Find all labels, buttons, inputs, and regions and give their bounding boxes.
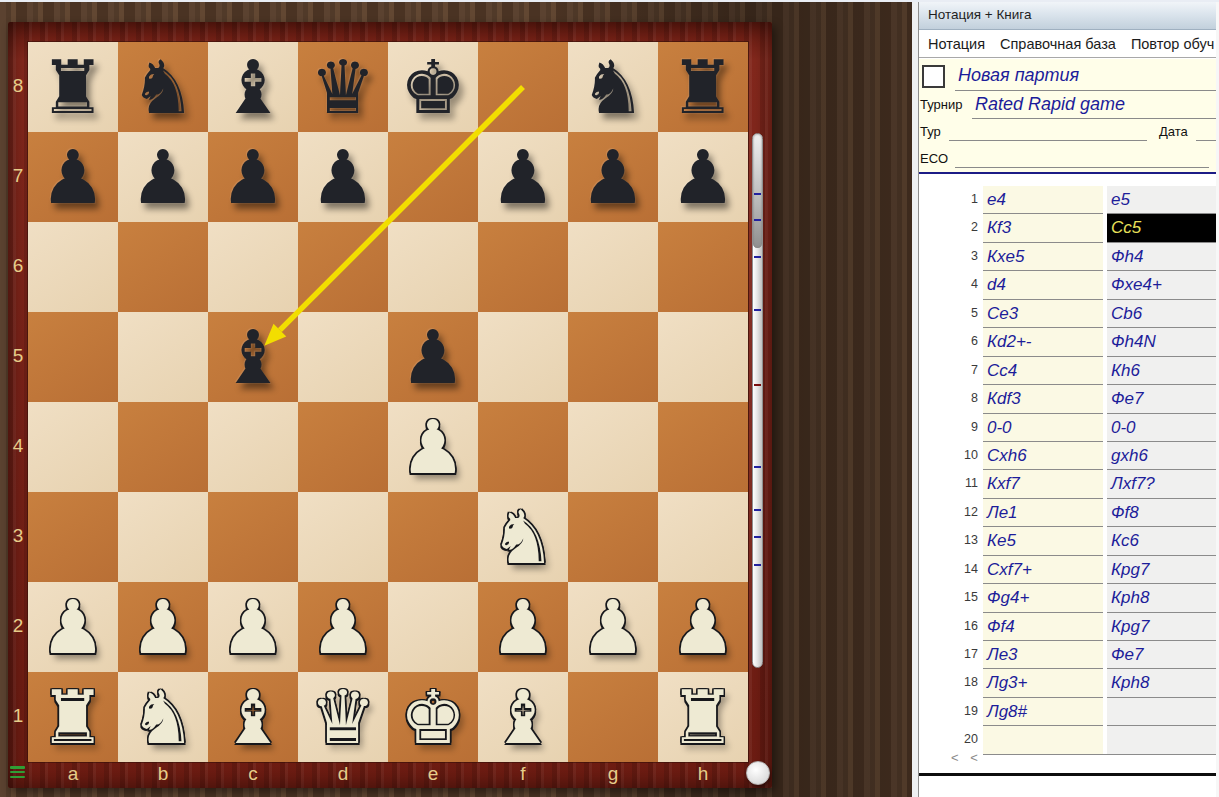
move-number: 13 [919,527,983,555]
game-progress-slider[interactable] [752,133,763,668]
slider-tick [754,564,761,566]
piece-white-p-h2[interactable]: ♟ [670,582,736,672]
slider-thumb-icon[interactable] [753,134,762,248]
file-label-g: g [568,763,658,785]
square-c2[interactable]: ♟ [208,582,298,672]
rank-label-7: 7 [8,165,28,187]
file-label-d: d [298,763,388,785]
move-cell-black-2[interactable]: Сc5 [1107,214,1219,242]
square-f8[interactable] [478,42,568,132]
move-cell-white-15[interactable]: Фg4+ [983,584,1103,612]
square-f4[interactable] [478,402,568,492]
background-wood: ♜♞♝♛♚♞♜♟♟♟♟♟♟♟♝♟♟♞♟♟♟♟♟♟♟♜♞♝♛♚♝♜ 8765432… [0,0,912,797]
move-cell-black-1[interactable]: e5 [1107,186,1219,214]
piece-white-n-b1[interactable]: ♞ [130,672,196,762]
chess-board[interactable]: ♜♞♝♛♚♞♜♟♟♟♟♟♟♟♝♟♟♞♟♟♟♟♟♟♟♜♞♝♛♚♝♜ [28,42,748,762]
move-cell-black-12[interactable]: Фf8 [1107,499,1219,527]
piece-white-p-f2[interactable]: ♟ [490,582,556,672]
move-cell-black-11[interactable]: Лxf7? [1107,470,1219,498]
rank-label-2: 2 [8,615,28,637]
move-cell-white-12[interactable]: Ле1 [983,499,1103,527]
notation-panel: Нотация + Книга Нотация Справочная база … [919,0,1219,797]
square-d1[interactable]: ♛ [298,672,388,762]
square-a4[interactable] [28,402,118,492]
square-f5[interactable] [478,312,568,402]
move-cell-white-18[interactable]: Лg3+ [983,669,1103,697]
panel-bottom-separator [919,773,1219,776]
piece-black-p-f7[interactable]: ♟ [490,132,556,222]
square-a8[interactable]: ♜ [28,42,118,132]
square-a3[interactable] [28,492,118,582]
move-cell-black-6[interactable]: Фh4N [1107,328,1219,356]
move-cell-white-3[interactable]: Кxe5 [983,243,1103,271]
move-number: 11 [919,470,983,498]
file-label-a: a [28,763,118,785]
square-h1[interactable]: ♜ [658,672,748,762]
square-e4[interactable]: ♟ [388,402,478,492]
tournament-field[interactable]: Rated Rapid game [972,90,1219,119]
slider-tick [754,466,761,468]
move-cell-black-17[interactable]: Фе7 [1107,641,1219,669]
square-d3[interactable] [298,492,388,582]
tournament-label: Турнир [920,97,962,112]
move-row-15: 15Фg4+Крh8 [919,584,1219,612]
move-row-9: 90-00-0 [919,414,1219,442]
tab-replay-training[interactable]: Повтор обуч [1131,36,1214,52]
square-d7[interactable]: ♟ [298,132,388,222]
tab-notation[interactable]: Нотация [928,36,985,52]
move-cell-white-20[interactable] [983,726,1103,754]
rank-label-5: 5 [8,345,28,367]
move-cell-white-16[interactable]: Фf4 [983,613,1103,641]
form-separator [919,172,1219,174]
square-g4[interactable] [568,402,658,492]
square-c1[interactable]: ♝ [208,672,298,762]
move-number: 15 [919,584,983,612]
piece-white-n-f3[interactable]: ♞ [490,492,556,582]
square-c3[interactable] [208,492,298,582]
move-number: 17 [919,641,983,669]
square-e7[interactable] [388,132,478,222]
move-number: 19 [919,698,983,726]
application-window: ♜♞♝♛♚♞♜♟♟♟♟♟♟♟♝♟♟♞♟♟♟♟♟♟♟♜♞♝♛♚♝♜ 8765432… [0,0,1219,797]
square-b4[interactable] [118,402,208,492]
move-number: 10 [919,442,983,470]
square-d6[interactable] [298,222,388,312]
piece-black-p-a7[interactable]: ♟ [40,132,106,222]
file-label-f: f [478,763,568,785]
square-h8[interactable]: ♜ [658,42,748,132]
file-labels: abcdefgh [28,762,748,788]
slider-tick [754,509,761,511]
slider-tick [754,219,761,221]
piece-white-r-h1[interactable]: ♜ [670,672,736,762]
square-c6[interactable] [208,222,298,312]
square-b8[interactable]: ♞ [118,42,208,132]
piece-black-k-e8[interactable]: ♚ [400,42,466,132]
move-cell-black-18[interactable]: Крh8 [1107,669,1219,697]
piece-black-p-c7[interactable]: ♟ [220,132,286,222]
window-top-edge [0,0,1219,2]
move-list: 1e4e52Кf3Сc53Кxe5Фh44d4Фxe4+5Се3Сb66Кd2+… [919,186,1219,755]
square-c8[interactable]: ♝ [208,42,298,132]
move-row-10: 10Сxh6gxh6 [919,442,1219,470]
move-cell-white-1[interactable]: e4 [983,186,1103,214]
move-row-5: 5Се3Сb6 [919,300,1219,328]
square-b2[interactable]: ♟ [118,582,208,672]
piece-white-p-b2[interactable]: ♟ [130,582,196,672]
move-row-16: 16Фf4Крg7 [919,613,1219,641]
square-g8[interactable]: ♞ [568,42,658,132]
square-e2[interactable] [388,582,478,672]
piece-white-b-c1[interactable]: ♝ [220,672,286,762]
date-field[interactable] [1196,118,1217,141]
move-number: 12 [919,499,983,527]
rank-label-8: 8 [8,75,28,97]
move-row-14: 14Сxf7+Крg7 [919,556,1219,584]
square-b7[interactable]: ♟ [118,132,208,222]
square-d2[interactable]: ♟ [298,582,388,672]
board-corner-button[interactable] [746,761,770,785]
piece-white-p-e4[interactable]: ♟ [400,402,466,492]
move-number: 5 [919,300,983,328]
move-number: 9 [919,414,983,442]
move-cell-white-10[interactable]: Сxh6 [983,442,1103,470]
move-cell-black-14[interactable]: Крg7 [1107,556,1219,584]
square-b6[interactable] [118,222,208,312]
slider-tick [754,193,761,195]
move-cell-black-4[interactable]: Фxe4+ [1107,271,1219,299]
move-cell-white-17[interactable]: Ле3 [983,641,1103,669]
move-row-19: 19Лg8# [919,698,1219,726]
move-cell-white-19[interactable]: Лg8# [983,698,1103,726]
square-h2[interactable]: ♟ [658,582,748,672]
panel-title: Нотация + Книга [919,0,1219,30]
square-c4[interactable] [208,402,298,492]
rank-label-6: 6 [8,255,28,277]
move-row-17: 17Ле3Фе7 [919,641,1219,669]
move-number: 4 [919,271,983,299]
move-cell-white-6[interactable]: Кd2+- [983,328,1103,356]
piece-white-p-a2[interactable]: ♟ [40,582,106,672]
square-h6[interactable] [658,222,748,312]
tab-reference-base[interactable]: Справочная база [1000,36,1116,52]
new-game-field[interactable]: Новая партия [955,61,1219,91]
panel-splitter[interactable] [912,0,919,797]
move-number: 8 [919,385,983,413]
panel-tabs: Нотация Справочная база Повтор обуч [919,30,1219,58]
piece-black-b-c5[interactable]: ♝ [220,312,286,402]
move-number: 2 [919,214,983,242]
move-number: 16 [919,613,983,641]
piece-white-p-g2[interactable]: ♟ [580,582,646,672]
square-e8[interactable]: ♚ [388,42,478,132]
move-row-6: 6Кd2+-Фh4N [919,328,1219,356]
square-g1[interactable] [568,672,658,762]
square-d8[interactable]: ♛ [298,42,388,132]
move-row-8: 8Кdf3Фе7 [919,385,1219,413]
square-d4[interactable] [298,402,388,492]
piece-black-p-b7[interactable]: ♟ [130,132,196,222]
square-e6[interactable] [388,222,478,312]
piece-white-p-c2[interactable]: ♟ [220,582,286,672]
move-number: 3 [919,243,983,271]
move-row-1: 1e4e5 [919,186,1219,214]
square-h5[interactable] [658,312,748,402]
move-number: 7 [919,357,983,385]
move-cell-black-20[interactable] [1107,726,1219,754]
square-h7[interactable]: ♟ [658,132,748,222]
square-e5[interactable]: ♟ [388,312,478,402]
piece-black-p-e5[interactable]: ♟ [400,312,466,402]
move-cell-black-15[interactable]: Крh8 [1107,584,1219,612]
square-a1[interactable]: ♜ [28,672,118,762]
square-f2[interactable]: ♟ [478,582,568,672]
square-b1[interactable]: ♞ [118,672,208,762]
file-label-c: c [208,763,298,785]
move-row-2: 2Кf3Сc5 [919,214,1219,242]
rank-labels: 87654321 [8,42,28,762]
move-number: 18 [919,669,983,697]
square-c7[interactable]: ♟ [208,132,298,222]
piece-white-b-f1[interactable]: ♝ [490,672,556,762]
collapse-button[interactable]: < < [951,750,982,765]
slider-tick [754,536,761,538]
move-cell-black-5[interactable]: Сb6 [1107,300,1219,328]
move-cell-black-10[interactable]: gxh6 [1107,442,1219,470]
file-label-h: h [658,763,748,785]
square-e3[interactable] [388,492,478,582]
move-cell-black-13[interactable]: Кc6 [1107,527,1219,555]
eco-label: ECO [920,151,948,166]
rank-label-3: 3 [8,525,28,547]
piece-white-p-d2[interactable]: ♟ [310,582,376,672]
game-header-form: Новая партия Турнир Rated Rapid game Тур… [919,59,1219,172]
rank-label-1: 1 [8,705,28,727]
piece-black-p-g7[interactable]: ♟ [580,132,646,222]
piece-black-n-b8[interactable]: ♞ [130,42,196,132]
square-g6[interactable] [568,222,658,312]
move-row-4: 4d4Фxe4+ [919,271,1219,299]
date-label: Дата [1159,124,1188,139]
square-g2[interactable]: ♟ [568,582,658,672]
square-f6[interactable] [478,222,568,312]
piece-black-b-c8[interactable]: ♝ [220,42,286,132]
file-label-b: b [118,763,208,785]
slider-tick [754,309,761,311]
square-h4[interactable] [658,402,748,492]
square-f7[interactable]: ♟ [478,132,568,222]
move-cell-white-13[interactable]: Ке5 [983,527,1103,555]
square-h3[interactable] [658,492,748,582]
round-field[interactable] [949,118,1147,141]
new-game-checkbox[interactable] [922,65,945,88]
move-cell-white-4[interactable]: d4 [983,271,1103,299]
move-cell-white-8[interactable]: Кdf3 [983,385,1103,413]
move-cell-white-7[interactable]: Сc4 [983,357,1103,385]
hamburger-icon[interactable] [10,766,26,779]
move-row-13: 13Ке5Кc6 [919,527,1219,555]
square-g3[interactable] [568,492,658,582]
round-label: Тур [920,124,941,139]
move-row-7: 7Сc4Кh6 [919,357,1219,385]
square-a6[interactable] [28,222,118,312]
square-a2[interactable]: ♟ [28,582,118,672]
move-number: 1 [919,186,983,214]
move-cell-white-14[interactable]: Сxf7+ [983,556,1103,584]
slider-tick [754,256,761,258]
piece-black-r-a8[interactable]: ♜ [40,42,106,132]
move-row-18: 18Лg3+Крh8 [919,669,1219,697]
move-cell-black-9[interactable]: 0-0 [1107,414,1219,442]
square-e1[interactable]: ♚ [388,672,478,762]
rank-label-4: 4 [8,435,28,457]
piece-black-r-h8[interactable]: ♜ [670,42,736,132]
move-number: 6 [919,328,983,356]
move-cell-white-5[interactable]: Се3 [983,300,1103,328]
square-a5[interactable] [28,312,118,402]
move-cell-black-7[interactable]: Кh6 [1107,357,1219,385]
piece-black-q-d8[interactable]: ♛ [310,42,376,132]
move-row-11: 11Кxf7Лxf7? [919,470,1219,498]
piece-black-p-d7[interactable]: ♟ [310,132,376,222]
piece-white-r-a1[interactable]: ♜ [40,672,106,762]
square-f1[interactable]: ♝ [478,672,568,762]
eco-field[interactable] [955,145,1209,168]
piece-black-p-h7[interactable]: ♟ [670,132,736,222]
move-cell-black-8[interactable]: Фе7 [1107,385,1219,413]
square-f3[interactable]: ♞ [478,492,568,582]
square-a7[interactable]: ♟ [28,132,118,222]
move-cell-white-2[interactable]: Кf3 [983,214,1103,242]
move-cell-black-3[interactable]: Фh4 [1107,243,1219,271]
move-cell-white-9[interactable]: 0-0 [983,414,1103,442]
piece-black-n-g8[interactable]: ♞ [580,42,646,132]
move-row-12: 12Ле1Фf8 [919,499,1219,527]
slider-tick [754,384,761,386]
square-b3[interactable] [118,492,208,582]
piece-white-k-e1[interactable]: ♚ [400,672,466,762]
move-cell-black-19[interactable] [1107,698,1219,726]
square-g7[interactable]: ♟ [568,132,658,222]
file-label-e: e [388,763,478,785]
move-row-3: 3Кxe5Фh4 [919,243,1219,271]
square-d5[interactable] [298,312,388,402]
square-b5[interactable] [118,312,208,402]
square-c5[interactable]: ♝ [208,312,298,402]
move-cell-white-11[interactable]: Кxf7 [983,470,1103,498]
square-g5[interactable] [568,312,658,402]
move-number: 14 [919,556,983,584]
piece-white-q-d1[interactable]: ♛ [310,672,376,762]
move-cell-black-16[interactable]: Крg7 [1107,613,1219,641]
